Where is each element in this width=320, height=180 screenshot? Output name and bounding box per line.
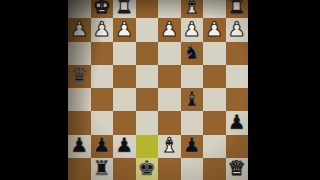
square-g8[interactable]: ♜ <box>91 158 114 180</box>
square-h5[interactable] <box>68 88 91 111</box>
black-pawn: ♟ <box>228 112 246 132</box>
square-a5[interactable] <box>226 88 249 111</box>
letterbox-left <box>0 0 68 180</box>
square-d3[interactable] <box>158 42 181 65</box>
square-c1[interactable]: ♝ <box>181 0 204 18</box>
square-f5[interactable] <box>113 88 136 111</box>
white-rook: ♜ <box>228 0 246 16</box>
square-c2[interactable]: ♟ <box>181 18 204 41</box>
square-b3[interactable] <box>203 42 226 65</box>
white-pawn: ♟ <box>115 19 133 39</box>
video-frame: ♚♜♝♜♟♟♟♟♟♟♟♞♛♝♟♟♟♟♝♟♜♚♛ <box>0 0 320 180</box>
square-e5[interactable] <box>136 88 159 111</box>
black-pawn: ♟ <box>70 135 88 155</box>
square-f4[interactable] <box>113 65 136 88</box>
square-d8[interactable] <box>158 158 181 180</box>
square-c6[interactable] <box>181 111 204 134</box>
square-f7[interactable]: ♟ <box>113 135 136 158</box>
black-pawn: ♟ <box>93 135 111 155</box>
square-a6[interactable]: ♟ <box>226 111 249 134</box>
white-queen: ♛ <box>228 158 246 178</box>
square-g1[interactable]: ♚ <box>91 0 114 18</box>
square-a7[interactable] <box>226 135 249 158</box>
square-h8[interactable] <box>68 158 91 180</box>
square-d4[interactable] <box>158 65 181 88</box>
square-b7[interactable] <box>203 135 226 158</box>
square-h4[interactable]: ♛ <box>68 65 91 88</box>
square-c7[interactable]: ♟ <box>181 135 204 158</box>
square-f2[interactable]: ♟ <box>113 18 136 41</box>
square-b1[interactable] <box>203 0 226 18</box>
white-rook: ♜ <box>115 0 133 16</box>
square-h2[interactable]: ♟ <box>68 18 91 41</box>
square-c4[interactable] <box>181 65 204 88</box>
white-king: ♚ <box>93 0 111 16</box>
square-b6[interactable] <box>203 111 226 134</box>
square-e7[interactable] <box>136 135 159 158</box>
white-pawn: ♟ <box>160 19 178 39</box>
square-d1[interactable] <box>158 0 181 18</box>
white-bishop: ♝ <box>183 0 201 16</box>
square-f6[interactable] <box>113 111 136 134</box>
square-d6[interactable] <box>158 111 181 134</box>
square-h6[interactable] <box>68 111 91 134</box>
square-b5[interactable] <box>203 88 226 111</box>
square-h7[interactable]: ♟ <box>68 135 91 158</box>
black-bishop: ♝ <box>183 89 201 109</box>
square-e6[interactable] <box>136 111 159 134</box>
white-pawn: ♟ <box>183 19 201 39</box>
square-c3[interactable]: ♞ <box>181 42 204 65</box>
square-g5[interactable] <box>91 88 114 111</box>
white-bishop: ♝ <box>160 135 178 155</box>
square-c5[interactable]: ♝ <box>181 88 204 111</box>
square-f1[interactable]: ♜ <box>113 0 136 18</box>
black-knight: ♞ <box>183 42 201 62</box>
square-e3[interactable] <box>136 42 159 65</box>
square-g2[interactable]: ♟ <box>91 18 114 41</box>
white-pawn: ♟ <box>93 19 111 39</box>
black-rook: ♜ <box>93 158 111 178</box>
square-a8[interactable]: ♛ <box>226 158 249 180</box>
square-e2[interactable] <box>136 18 159 41</box>
square-d2[interactable]: ♟ <box>158 18 181 41</box>
square-f3[interactable] <box>113 42 136 65</box>
square-g7[interactable]: ♟ <box>91 135 114 158</box>
square-b8[interactable] <box>203 158 226 180</box>
square-e1[interactable] <box>136 0 159 18</box>
square-d5[interactable] <box>158 88 181 111</box>
square-g3[interactable] <box>91 42 114 65</box>
square-b4[interactable] <box>203 65 226 88</box>
square-e8[interactable]: ♚ <box>136 158 159 180</box>
chess-board[interactable]: ♚♜♝♜♟♟♟♟♟♟♟♞♛♝♟♟♟♟♝♟♜♚♛ <box>68 0 248 180</box>
square-a2[interactable]: ♟ <box>226 18 249 41</box>
black-king: ♚ <box>138 158 156 178</box>
square-a1[interactable]: ♜ <box>226 0 249 18</box>
white-pawn: ♟ <box>205 19 223 39</box>
square-h1[interactable] <box>68 0 91 18</box>
square-g6[interactable] <box>91 111 114 134</box>
black-queen: ♛ <box>70 65 88 85</box>
letterbox-right <box>248 0 320 180</box>
square-h3[interactable] <box>68 42 91 65</box>
square-a3[interactable] <box>226 42 249 65</box>
square-c8[interactable] <box>181 158 204 180</box>
square-d7[interactable]: ♝ <box>158 135 181 158</box>
black-pawn: ♟ <box>115 135 133 155</box>
square-f8[interactable] <box>113 158 136 180</box>
square-a4[interactable] <box>226 65 249 88</box>
square-e4[interactable] <box>136 65 159 88</box>
white-pawn: ♟ <box>70 19 88 39</box>
white-pawn: ♟ <box>228 19 246 39</box>
square-b2[interactable]: ♟ <box>203 18 226 41</box>
black-pawn: ♟ <box>183 135 201 155</box>
square-g4[interactable] <box>91 65 114 88</box>
